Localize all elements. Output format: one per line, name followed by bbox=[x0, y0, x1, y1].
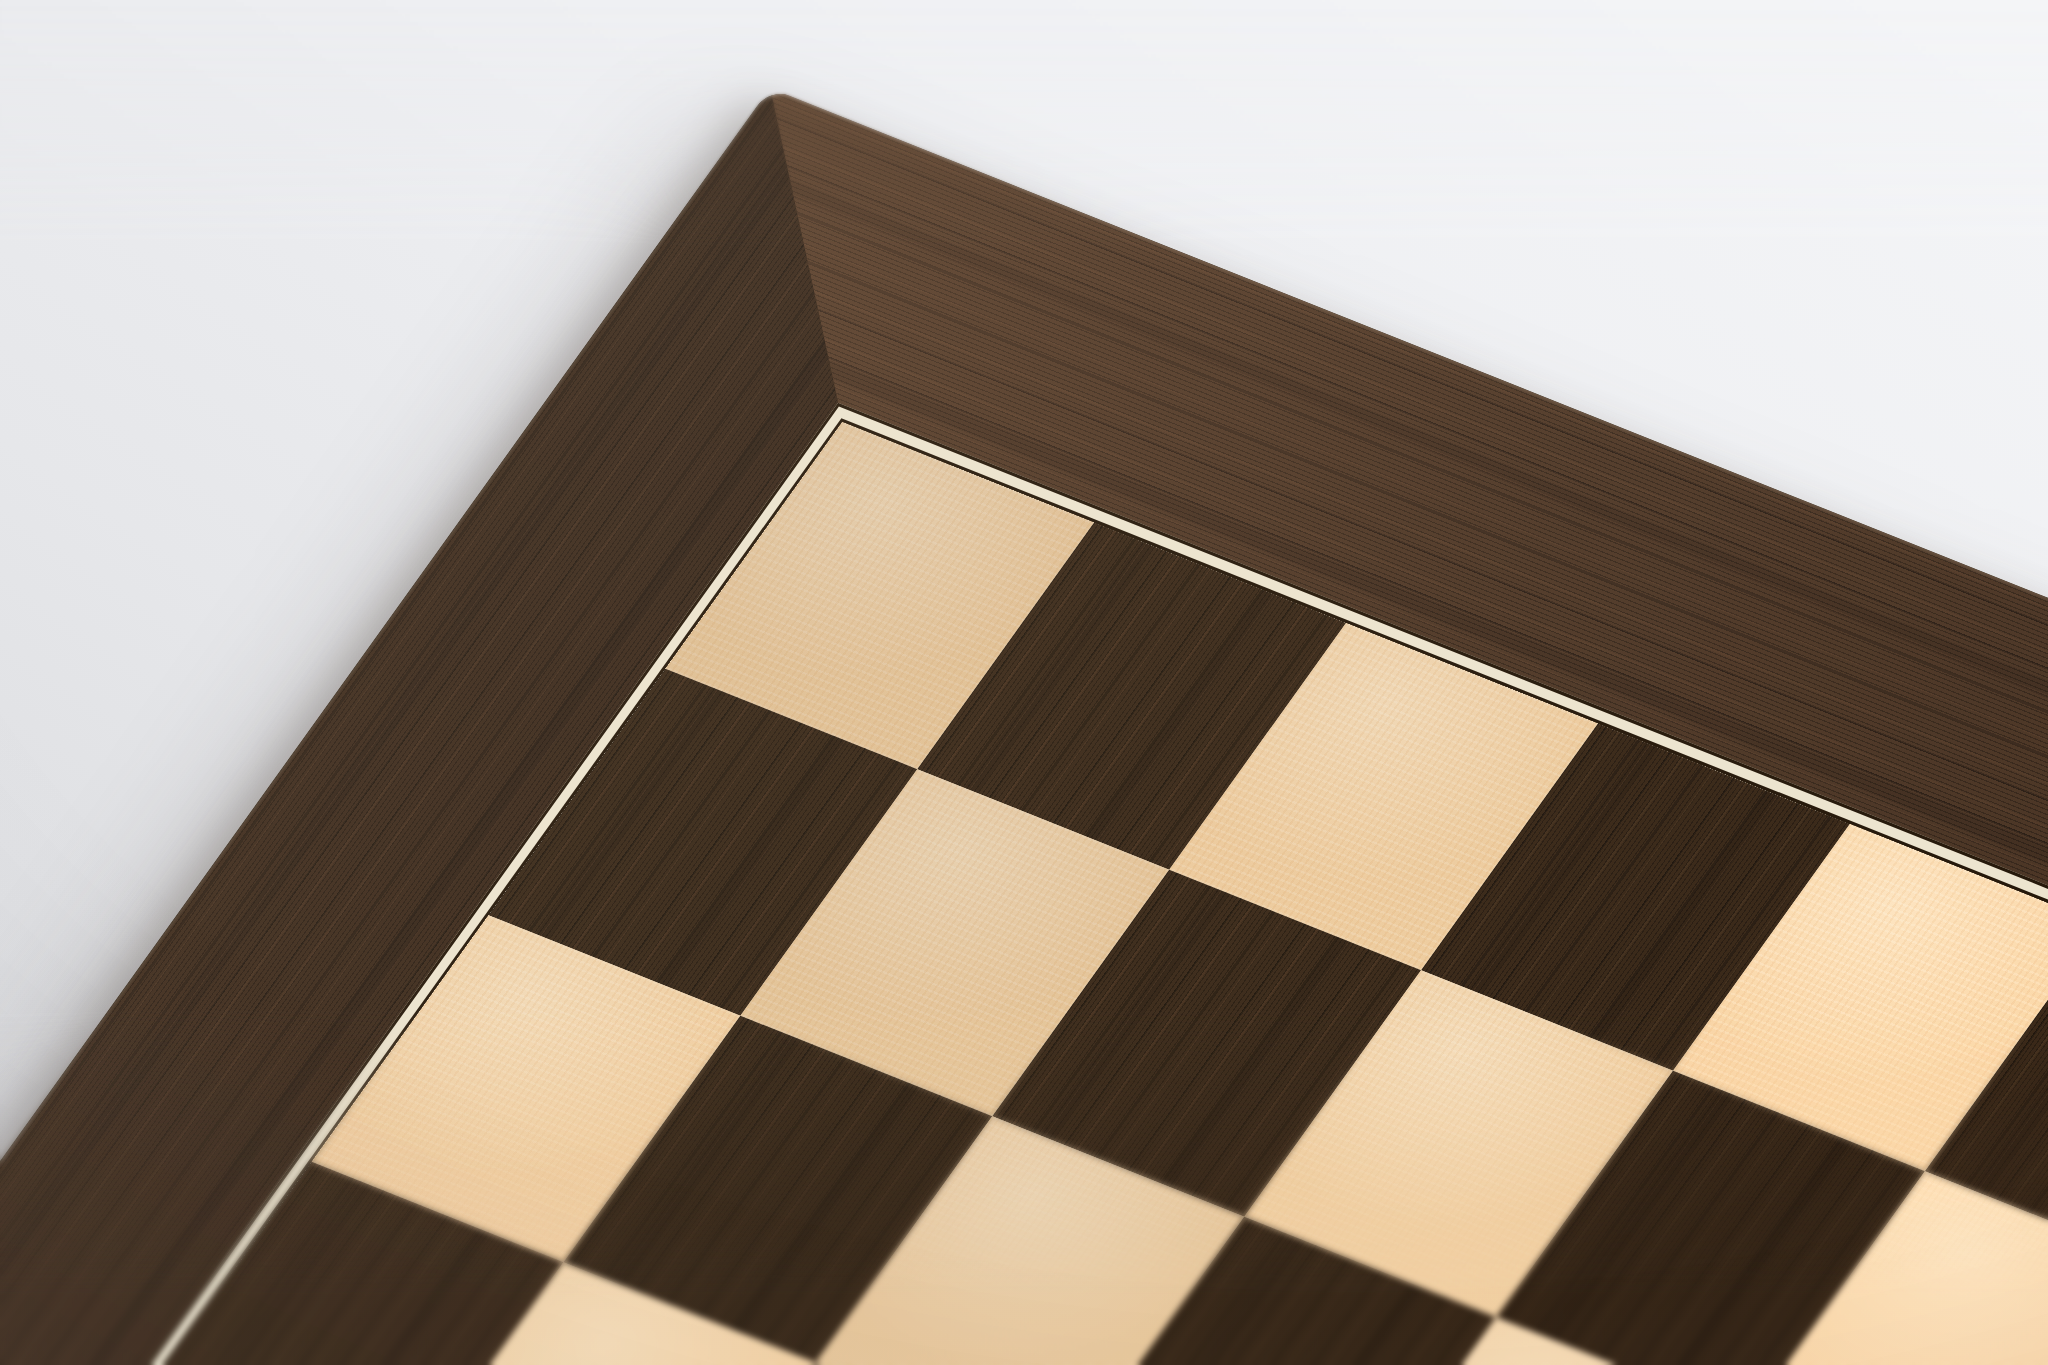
photo-scene bbox=[0, 0, 2048, 1365]
playing-field bbox=[0, 422, 2048, 1365]
chess-board bbox=[0, 88, 2048, 1365]
